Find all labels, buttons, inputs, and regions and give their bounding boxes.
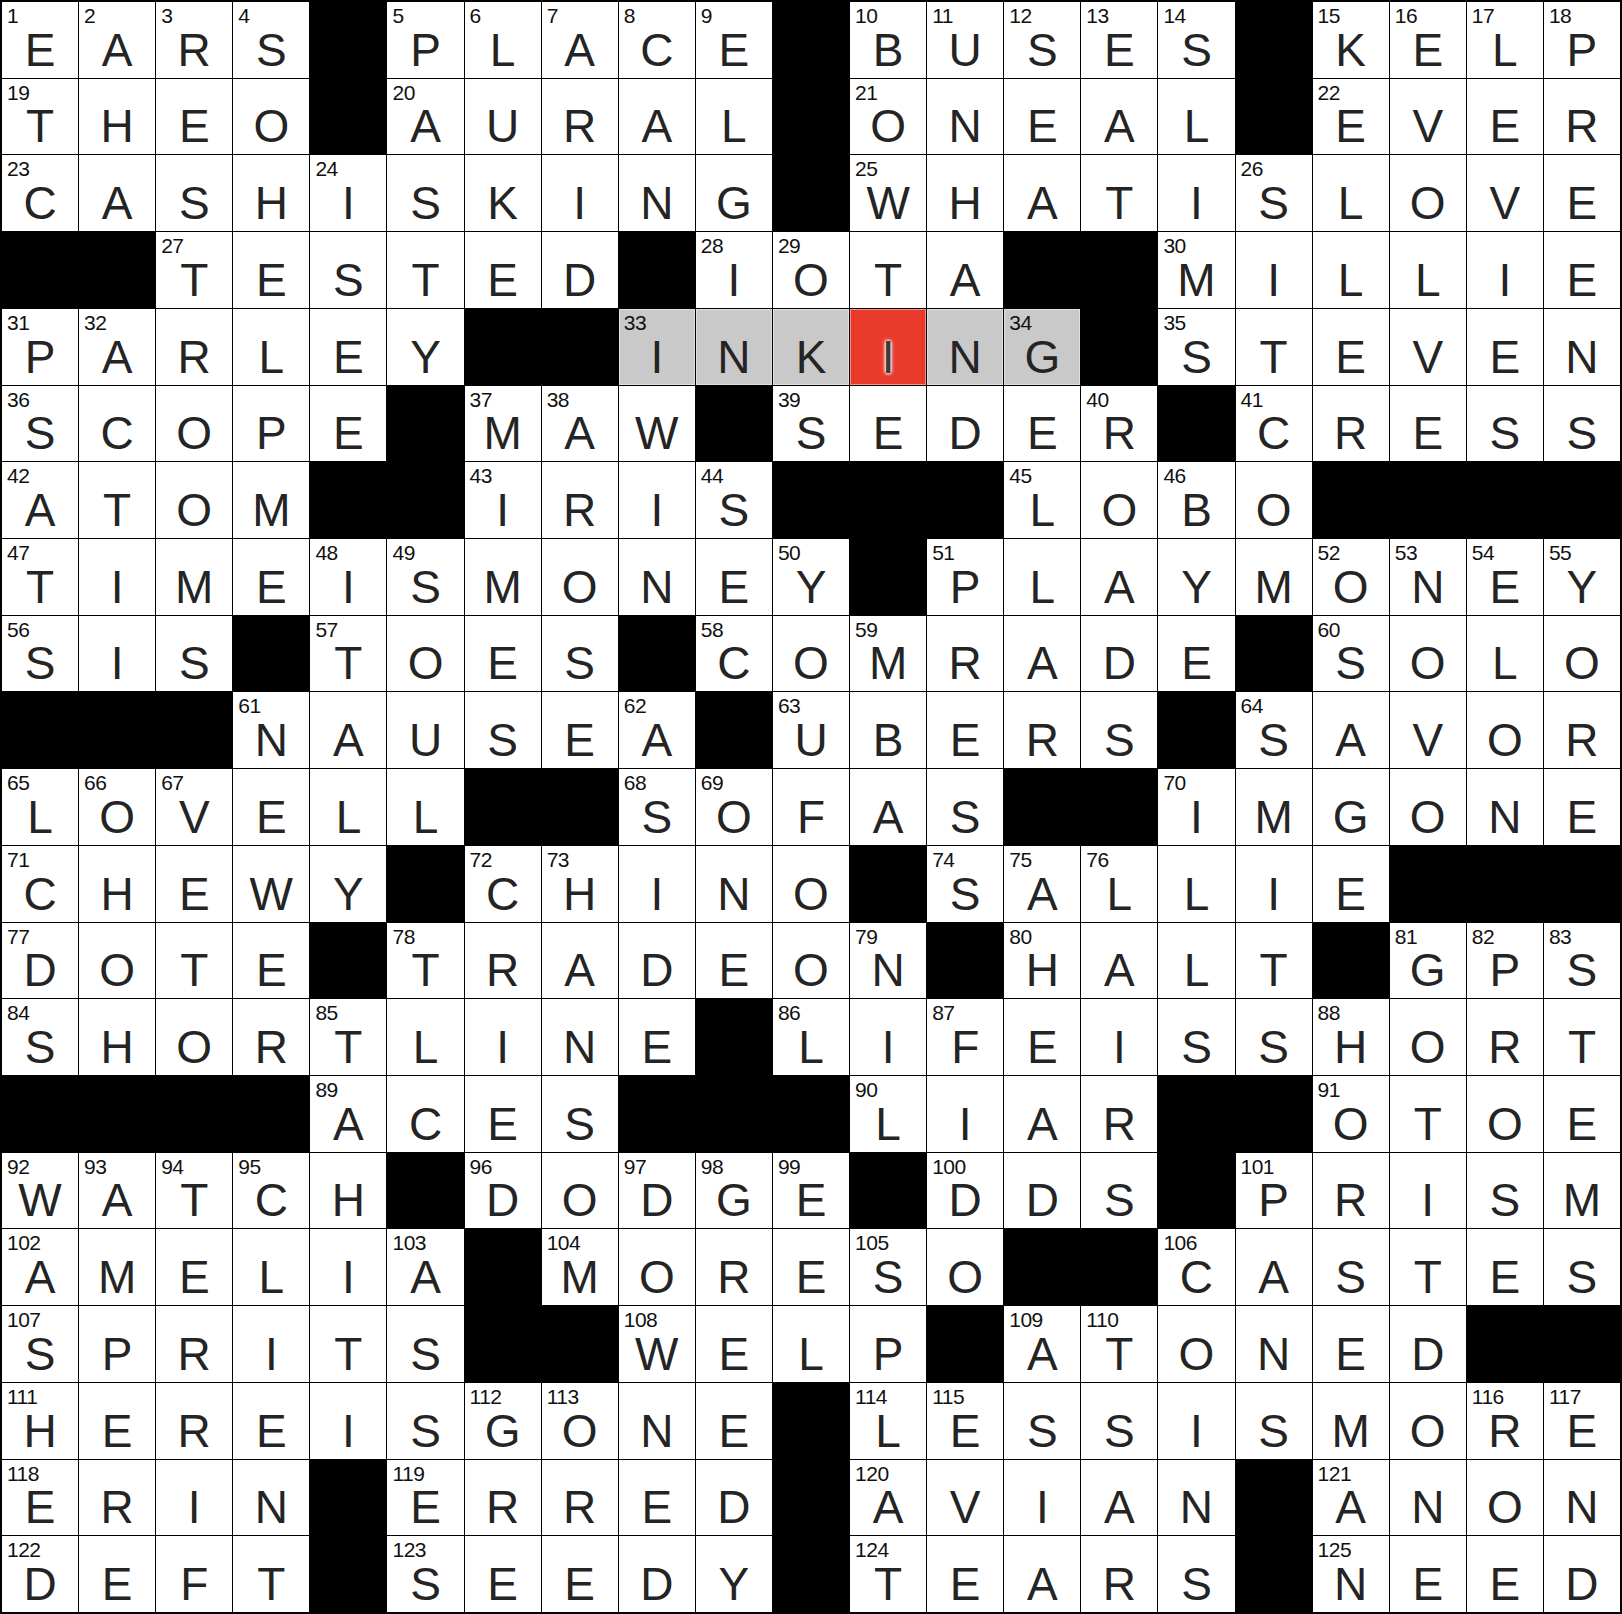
cell-r2c4[interactable]: O bbox=[233, 79, 309, 155]
cell-r15c7[interactable]: E bbox=[465, 1076, 541, 1152]
cell-r1c4[interactable]: 4S bbox=[233, 2, 309, 78]
cell-r17c2[interactable]: M bbox=[79, 1229, 155, 1305]
cell-r5c3[interactable]: R bbox=[156, 309, 232, 385]
cell-r8c13[interactable]: 51P bbox=[927, 539, 1003, 615]
cell-r3c3[interactable]: S bbox=[156, 155, 232, 231]
cell-r12c11[interactable]: O bbox=[773, 846, 849, 922]
cell-r18c18[interactable]: E bbox=[1313, 1306, 1389, 1382]
cell-r17c6[interactable]: 103A bbox=[387, 1229, 463, 1305]
cell-r19c19[interactable]: O bbox=[1390, 1383, 1466, 1459]
cell-r11c1[interactable]: 65L bbox=[2, 769, 78, 845]
cell-r16c21[interactable]: M bbox=[1544, 1153, 1620, 1229]
cell-r8c21[interactable]: 55Y bbox=[1544, 539, 1620, 615]
cell-r15c14[interactable]: A bbox=[1004, 1076, 1080, 1152]
cell-r14c1[interactable]: 84S bbox=[2, 999, 78, 1075]
cell-r21c6[interactable]: 123S bbox=[387, 1536, 463, 1612]
cell-r2c10[interactable]: L bbox=[696, 79, 772, 155]
cell-r9c10[interactable]: 58C bbox=[696, 616, 772, 692]
cell-r17c16[interactable]: 106C bbox=[1158, 1229, 1234, 1305]
cell-r21c8[interactable]: E bbox=[542, 1536, 618, 1612]
cell-r14c6[interactable]: L bbox=[387, 999, 463, 1075]
cell-r19c20[interactable]: 116R bbox=[1467, 1383, 1543, 1459]
cell-r2c18[interactable]: 22E bbox=[1313, 79, 1389, 155]
cell-r8c17[interactable]: M bbox=[1236, 539, 1312, 615]
cell-r4c3[interactable]: 27T bbox=[156, 232, 232, 308]
cell-r16c13[interactable]: 100D bbox=[927, 1153, 1003, 1229]
cell-r9c3[interactable]: S bbox=[156, 616, 232, 692]
cell-r18c19[interactable]: D bbox=[1390, 1306, 1466, 1382]
cell-r4c21[interactable]: E bbox=[1544, 232, 1620, 308]
cell-r17c10[interactable]: R bbox=[696, 1229, 772, 1305]
cell-r21c3[interactable]: F bbox=[156, 1536, 232, 1612]
cell-r16c19[interactable]: I bbox=[1390, 1153, 1466, 1229]
cell-r8c18[interactable]: 52O bbox=[1313, 539, 1389, 615]
cell-r20c1[interactable]: 118E bbox=[2, 1460, 78, 1536]
cell-r15c8[interactable]: S bbox=[542, 1076, 618, 1152]
cell-r4c13[interactable]: A bbox=[927, 232, 1003, 308]
cell-r6c14[interactable]: E bbox=[1004, 386, 1080, 462]
cell-r19c10[interactable]: E bbox=[696, 1383, 772, 1459]
cell-r21c21[interactable]: D bbox=[1544, 1536, 1620, 1612]
cell-r2c7[interactable]: U bbox=[465, 79, 541, 155]
cell-r6c4[interactable]: P bbox=[233, 386, 309, 462]
cell-r5c4[interactable]: L bbox=[233, 309, 309, 385]
cell-r11c19[interactable]: O bbox=[1390, 769, 1466, 845]
cell-r3c16[interactable]: I bbox=[1158, 155, 1234, 231]
cell-r20c3[interactable]: I bbox=[156, 1460, 232, 1536]
cell-r5c14[interactable]: 34G bbox=[1004, 309, 1080, 385]
cell-r14c17[interactable]: S bbox=[1236, 999, 1312, 1075]
cell-r1c2[interactable]: 2A bbox=[79, 2, 155, 78]
cell-r4c4[interactable]: E bbox=[233, 232, 309, 308]
cell-r8c16[interactable]: Y bbox=[1158, 539, 1234, 615]
cell-r13c10[interactable]: E bbox=[696, 923, 772, 999]
cell-r13c4[interactable]: E bbox=[233, 923, 309, 999]
cell-r4c11[interactable]: 29O bbox=[773, 232, 849, 308]
cell-r21c14[interactable]: A bbox=[1004, 1536, 1080, 1612]
cell-r10c7[interactable]: S bbox=[465, 692, 541, 768]
cell-r12c10[interactable]: N bbox=[696, 846, 772, 922]
cell-r19c15[interactable]: S bbox=[1081, 1383, 1157, 1459]
cell-r20c19[interactable]: N bbox=[1390, 1460, 1466, 1536]
cell-r6c3[interactable]: O bbox=[156, 386, 232, 462]
cell-r13c14[interactable]: 80H bbox=[1004, 923, 1080, 999]
cell-r10c14[interactable]: R bbox=[1004, 692, 1080, 768]
cell-r7c7[interactable]: 43I bbox=[465, 462, 541, 538]
cell-r5c9[interactable]: 33I bbox=[619, 309, 695, 385]
cell-r16c10[interactable]: 98G bbox=[696, 1153, 772, 1229]
cell-r17c4[interactable]: L bbox=[233, 1229, 309, 1305]
cell-r16c17[interactable]: 101P bbox=[1236, 1153, 1312, 1229]
cell-r19c3[interactable]: R bbox=[156, 1383, 232, 1459]
cell-r14c5[interactable]: 85T bbox=[310, 999, 386, 1075]
cell-r10c12[interactable]: B bbox=[850, 692, 926, 768]
cell-r5c6[interactable]: Y bbox=[387, 309, 463, 385]
cell-r2c15[interactable]: A bbox=[1081, 79, 1157, 155]
cell-r10c8[interactable]: E bbox=[542, 692, 618, 768]
cell-r18c9[interactable]: 108W bbox=[619, 1306, 695, 1382]
cell-r20c16[interactable]: N bbox=[1158, 1460, 1234, 1536]
cell-r20c20[interactable]: O bbox=[1467, 1460, 1543, 1536]
cell-r10c5[interactable]: A bbox=[310, 692, 386, 768]
cell-r10c21[interactable]: R bbox=[1544, 692, 1620, 768]
cell-r9c18[interactable]: 60S bbox=[1313, 616, 1389, 692]
cell-r4c10[interactable]: 28I bbox=[696, 232, 772, 308]
cell-r8c7[interactable]: M bbox=[465, 539, 541, 615]
cell-r1c10[interactable]: 9E bbox=[696, 2, 772, 78]
cell-r13c19[interactable]: 81G bbox=[1390, 923, 1466, 999]
cell-r13c16[interactable]: L bbox=[1158, 923, 1234, 999]
cell-r14c3[interactable]: O bbox=[156, 999, 232, 1075]
cell-r17c17[interactable]: A bbox=[1236, 1229, 1312, 1305]
cell-r8c9[interactable]: N bbox=[619, 539, 695, 615]
cell-r6c7[interactable]: 37M bbox=[465, 386, 541, 462]
cell-r18c14[interactable]: 109A bbox=[1004, 1306, 1080, 1382]
cell-r13c3[interactable]: T bbox=[156, 923, 232, 999]
cell-r1c21[interactable]: 18P bbox=[1544, 2, 1620, 78]
cell-r7c10[interactable]: 44S bbox=[696, 462, 772, 538]
cell-r5c12[interactable]: I bbox=[850, 309, 926, 385]
cell-r7c17[interactable]: O bbox=[1236, 462, 1312, 538]
cell-r2c2[interactable]: H bbox=[79, 79, 155, 155]
cell-r7c4[interactable]: M bbox=[233, 462, 309, 538]
cell-r16c14[interactable]: D bbox=[1004, 1153, 1080, 1229]
cell-r3c2[interactable]: A bbox=[79, 155, 155, 231]
cell-r12c8[interactable]: 73H bbox=[542, 846, 618, 922]
cell-r18c17[interactable]: N bbox=[1236, 1306, 1312, 1382]
cell-r21c7[interactable]: E bbox=[465, 1536, 541, 1612]
cell-r2c1[interactable]: 19T bbox=[2, 79, 78, 155]
cell-r7c15[interactable]: O bbox=[1081, 462, 1157, 538]
cell-r12c15[interactable]: 76L bbox=[1081, 846, 1157, 922]
cell-r8c2[interactable]: I bbox=[79, 539, 155, 615]
cell-r11c11[interactable]: F bbox=[773, 769, 849, 845]
cell-r1c7[interactable]: 6L bbox=[465, 2, 541, 78]
cell-r6c11[interactable]: 39S bbox=[773, 386, 849, 462]
cell-r1c3[interactable]: 3R bbox=[156, 2, 232, 78]
cell-r21c12[interactable]: 124T bbox=[850, 1536, 926, 1612]
cell-r9c8[interactable]: S bbox=[542, 616, 618, 692]
cell-r5c13[interactable]: N bbox=[927, 309, 1003, 385]
cell-r5c20[interactable]: E bbox=[1467, 309, 1543, 385]
cell-r17c12[interactable]: 105S bbox=[850, 1229, 926, 1305]
cell-r19c9[interactable]: N bbox=[619, 1383, 695, 1459]
cell-r3c13[interactable]: H bbox=[927, 155, 1003, 231]
cell-r11c2[interactable]: 66O bbox=[79, 769, 155, 845]
cell-r17c19[interactable]: T bbox=[1390, 1229, 1466, 1305]
cell-r6c5[interactable]: E bbox=[310, 386, 386, 462]
cell-r5c19[interactable]: V bbox=[1390, 309, 1466, 385]
cell-r21c10[interactable]: Y bbox=[696, 1536, 772, 1612]
cell-r14c9[interactable]: E bbox=[619, 999, 695, 1075]
cell-r7c2[interactable]: T bbox=[79, 462, 155, 538]
cell-r9c12[interactable]: 59M bbox=[850, 616, 926, 692]
cell-r4c6[interactable]: T bbox=[387, 232, 463, 308]
cell-r16c3[interactable]: 94T bbox=[156, 1153, 232, 1229]
cell-r4c20[interactable]: I bbox=[1467, 232, 1543, 308]
cell-r17c1[interactable]: 102A bbox=[2, 1229, 78, 1305]
cell-r16c20[interactable]: S bbox=[1467, 1153, 1543, 1229]
cell-r11c12[interactable]: A bbox=[850, 769, 926, 845]
cell-r9c14[interactable]: A bbox=[1004, 616, 1080, 692]
cell-r17c3[interactable]: E bbox=[156, 1229, 232, 1305]
cell-r5c10[interactable]: N bbox=[696, 309, 772, 385]
cell-r21c4[interactable]: T bbox=[233, 1536, 309, 1612]
cell-r19c1[interactable]: 111H bbox=[2, 1383, 78, 1459]
cell-r7c3[interactable]: O bbox=[156, 462, 232, 538]
cell-r21c1[interactable]: 122D bbox=[2, 1536, 78, 1612]
cell-r17c20[interactable]: E bbox=[1467, 1229, 1543, 1305]
cell-r3c19[interactable]: O bbox=[1390, 155, 1466, 231]
cell-r1c14[interactable]: 12S bbox=[1004, 2, 1080, 78]
cell-r11c5[interactable]: L bbox=[310, 769, 386, 845]
cell-r10c20[interactable]: O bbox=[1467, 692, 1543, 768]
cell-r8c8[interactable]: O bbox=[542, 539, 618, 615]
cell-r8c10[interactable]: E bbox=[696, 539, 772, 615]
cell-r14c4[interactable]: R bbox=[233, 999, 309, 1075]
cell-r12c2[interactable]: H bbox=[79, 846, 155, 922]
cell-r20c18[interactable]: 121A bbox=[1313, 1460, 1389, 1536]
cell-r19c12[interactable]: 114L bbox=[850, 1383, 926, 1459]
cell-r12c7[interactable]: 72C bbox=[465, 846, 541, 922]
cell-r16c15[interactable]: S bbox=[1081, 1153, 1157, 1229]
cell-r15c5[interactable]: 89A bbox=[310, 1076, 386, 1152]
cell-r14c21[interactable]: T bbox=[1544, 999, 1620, 1075]
cell-r8c6[interactable]: 49S bbox=[387, 539, 463, 615]
cell-r17c5[interactable]: I bbox=[310, 1229, 386, 1305]
cell-r13c6[interactable]: 78T bbox=[387, 923, 463, 999]
cell-r9c16[interactable]: E bbox=[1158, 616, 1234, 692]
cell-r15c19[interactable]: T bbox=[1390, 1076, 1466, 1152]
cell-r8c4[interactable]: E bbox=[233, 539, 309, 615]
cell-r11c10[interactable]: 69O bbox=[696, 769, 772, 845]
cell-r13c8[interactable]: A bbox=[542, 923, 618, 999]
cell-r20c7[interactable]: R bbox=[465, 1460, 541, 1536]
cell-r13c15[interactable]: A bbox=[1081, 923, 1157, 999]
cell-r8c19[interactable]: 53N bbox=[1390, 539, 1466, 615]
cell-r15c15[interactable]: R bbox=[1081, 1076, 1157, 1152]
cell-r3c9[interactable]: N bbox=[619, 155, 695, 231]
cell-r9c1[interactable]: 56S bbox=[2, 616, 78, 692]
cell-r13c17[interactable]: T bbox=[1236, 923, 1312, 999]
cell-r12c17[interactable]: I bbox=[1236, 846, 1312, 922]
cell-r2c13[interactable]: N bbox=[927, 79, 1003, 155]
cell-r18c3[interactable]: R bbox=[156, 1306, 232, 1382]
cell-r11c17[interactable]: M bbox=[1236, 769, 1312, 845]
cell-r13c7[interactable]: R bbox=[465, 923, 541, 999]
cell-r7c1[interactable]: 42A bbox=[2, 462, 78, 538]
cell-r11c20[interactable]: N bbox=[1467, 769, 1543, 845]
cell-r2c20[interactable]: E bbox=[1467, 79, 1543, 155]
cell-r20c6[interactable]: 119E bbox=[387, 1460, 463, 1536]
cell-r2c21[interactable]: R bbox=[1544, 79, 1620, 155]
cell-r18c5[interactable]: T bbox=[310, 1306, 386, 1382]
cell-r12c3[interactable]: E bbox=[156, 846, 232, 922]
cell-r21c9[interactable]: D bbox=[619, 1536, 695, 1612]
cell-r13c11[interactable]: O bbox=[773, 923, 849, 999]
cell-r19c13[interactable]: 115E bbox=[927, 1383, 1003, 1459]
cell-r19c2[interactable]: E bbox=[79, 1383, 155, 1459]
cell-r8c3[interactable]: M bbox=[156, 539, 232, 615]
cell-r15c20[interactable]: O bbox=[1467, 1076, 1543, 1152]
cell-r12c5[interactable]: Y bbox=[310, 846, 386, 922]
cell-r7c16[interactable]: 46B bbox=[1158, 462, 1234, 538]
cell-r16c11[interactable]: 99E bbox=[773, 1153, 849, 1229]
cell-r16c8[interactable]: O bbox=[542, 1153, 618, 1229]
cell-r11c21[interactable]: E bbox=[1544, 769, 1620, 845]
cell-r14c20[interactable]: R bbox=[1467, 999, 1543, 1075]
cell-r2c14[interactable]: E bbox=[1004, 79, 1080, 155]
cell-r7c9[interactable]: I bbox=[619, 462, 695, 538]
cell-r11c4[interactable]: E bbox=[233, 769, 309, 845]
cell-r1c16[interactable]: 14S bbox=[1158, 2, 1234, 78]
cell-r6c2[interactable]: C bbox=[79, 386, 155, 462]
cell-r16c18[interactable]: R bbox=[1313, 1153, 1389, 1229]
cell-r4c8[interactable]: D bbox=[542, 232, 618, 308]
cell-r11c16[interactable]: 70I bbox=[1158, 769, 1234, 845]
cell-r9c2[interactable]: I bbox=[79, 616, 155, 692]
cell-r6c20[interactable]: S bbox=[1467, 386, 1543, 462]
cell-r12c9[interactable]: I bbox=[619, 846, 695, 922]
cell-r1c18[interactable]: 15K bbox=[1313, 2, 1389, 78]
cell-r5c2[interactable]: 32A bbox=[79, 309, 155, 385]
cell-r14c14[interactable]: E bbox=[1004, 999, 1080, 1075]
cell-r20c4[interactable]: N bbox=[233, 1460, 309, 1536]
cell-r6c13[interactable]: D bbox=[927, 386, 1003, 462]
cell-r15c12[interactable]: 90L bbox=[850, 1076, 926, 1152]
cell-r1c19[interactable]: 16E bbox=[1390, 2, 1466, 78]
cell-r2c12[interactable]: 21O bbox=[850, 79, 926, 155]
cell-r10c15[interactable]: S bbox=[1081, 692, 1157, 768]
cell-r21c20[interactable]: E bbox=[1467, 1536, 1543, 1612]
cell-r20c15[interactable]: A bbox=[1081, 1460, 1157, 1536]
cell-r3c17[interactable]: 26S bbox=[1236, 155, 1312, 231]
cell-r12c18[interactable]: E bbox=[1313, 846, 1389, 922]
cell-r10c9[interactable]: 62A bbox=[619, 692, 695, 768]
cell-r17c8[interactable]: 104M bbox=[542, 1229, 618, 1305]
cell-r3c21[interactable]: E bbox=[1544, 155, 1620, 231]
cell-r14c2[interactable]: H bbox=[79, 999, 155, 1075]
cell-r20c10[interactable]: D bbox=[696, 1460, 772, 1536]
cell-r14c16[interactable]: S bbox=[1158, 999, 1234, 1075]
cell-r17c18[interactable]: S bbox=[1313, 1229, 1389, 1305]
cell-r13c21[interactable]: 83S bbox=[1544, 923, 1620, 999]
cell-r6c19[interactable]: E bbox=[1390, 386, 1466, 462]
cell-r6c12[interactable]: E bbox=[850, 386, 926, 462]
cell-r19c4[interactable]: E bbox=[233, 1383, 309, 1459]
cell-r13c12[interactable]: 79N bbox=[850, 923, 926, 999]
cell-r5c21[interactable]: N bbox=[1544, 309, 1620, 385]
cell-r1c1[interactable]: 1E bbox=[2, 2, 78, 78]
cell-r9c6[interactable]: O bbox=[387, 616, 463, 692]
cell-r9c13[interactable]: R bbox=[927, 616, 1003, 692]
cell-r7c14[interactable]: 45L bbox=[1004, 462, 1080, 538]
cell-r9c19[interactable]: O bbox=[1390, 616, 1466, 692]
cell-r1c15[interactable]: 13E bbox=[1081, 2, 1157, 78]
cell-r14c15[interactable]: I bbox=[1081, 999, 1157, 1075]
cell-r5c17[interactable]: T bbox=[1236, 309, 1312, 385]
cell-r10c6[interactable]: U bbox=[387, 692, 463, 768]
cell-r3c6[interactable]: S bbox=[387, 155, 463, 231]
cell-r4c12[interactable]: T bbox=[850, 232, 926, 308]
cell-r21c15[interactable]: R bbox=[1081, 1536, 1157, 1612]
cell-r9c15[interactable]: D bbox=[1081, 616, 1157, 692]
cell-r9c7[interactable]: E bbox=[465, 616, 541, 692]
cell-r19c21[interactable]: 117E bbox=[1544, 1383, 1620, 1459]
cell-r1c12[interactable]: 10B bbox=[850, 2, 926, 78]
cell-r15c13[interactable]: I bbox=[927, 1076, 1003, 1152]
cell-r4c5[interactable]: S bbox=[310, 232, 386, 308]
cell-r4c7[interactable]: E bbox=[465, 232, 541, 308]
cell-r19c8[interactable]: 113O bbox=[542, 1383, 618, 1459]
cell-r20c14[interactable]: I bbox=[1004, 1460, 1080, 1536]
cell-r19c5[interactable]: I bbox=[310, 1383, 386, 1459]
cell-r3c7[interactable]: K bbox=[465, 155, 541, 231]
cell-r13c9[interactable]: D bbox=[619, 923, 695, 999]
cell-r16c2[interactable]: 93A bbox=[79, 1153, 155, 1229]
cell-r13c2[interactable]: O bbox=[79, 923, 155, 999]
cell-r21c2[interactable]: E bbox=[79, 1536, 155, 1612]
cell-r20c8[interactable]: R bbox=[542, 1460, 618, 1536]
cell-r3c18[interactable]: L bbox=[1313, 155, 1389, 231]
cell-r9c21[interactable]: O bbox=[1544, 616, 1620, 692]
cell-r12c4[interactable]: W bbox=[233, 846, 309, 922]
cell-r5c18[interactable]: E bbox=[1313, 309, 1389, 385]
cell-r13c1[interactable]: 77D bbox=[2, 923, 78, 999]
cell-r10c19[interactable]: V bbox=[1390, 692, 1466, 768]
cell-r15c18[interactable]: 91O bbox=[1313, 1076, 1389, 1152]
cell-r7c8[interactable]: R bbox=[542, 462, 618, 538]
cell-r11c3[interactable]: 67V bbox=[156, 769, 232, 845]
cell-r12c14[interactable]: 75A bbox=[1004, 846, 1080, 922]
cell-r16c5[interactable]: H bbox=[310, 1153, 386, 1229]
cell-r18c11[interactable]: L bbox=[773, 1306, 849, 1382]
cell-r18c16[interactable]: O bbox=[1158, 1306, 1234, 1382]
cell-r8c20[interactable]: 54E bbox=[1467, 539, 1543, 615]
cell-r6c8[interactable]: 38A bbox=[542, 386, 618, 462]
cell-r21c16[interactable]: S bbox=[1158, 1536, 1234, 1612]
cell-r16c1[interactable]: 92W bbox=[2, 1153, 78, 1229]
cell-r1c8[interactable]: 7A bbox=[542, 2, 618, 78]
cell-r6c21[interactable]: S bbox=[1544, 386, 1620, 462]
cell-r11c18[interactable]: G bbox=[1313, 769, 1389, 845]
cell-r1c9[interactable]: 8C bbox=[619, 2, 695, 78]
cell-r18c2[interactable]: P bbox=[79, 1306, 155, 1382]
cell-r18c6[interactable]: S bbox=[387, 1306, 463, 1382]
cell-r3c15[interactable]: T bbox=[1081, 155, 1157, 231]
cell-r3c8[interactable]: I bbox=[542, 155, 618, 231]
cell-r2c6[interactable]: 20A bbox=[387, 79, 463, 155]
cell-r16c4[interactable]: 95C bbox=[233, 1153, 309, 1229]
cell-r19c17[interactable]: S bbox=[1236, 1383, 1312, 1459]
cell-r12c1[interactable]: 71C bbox=[2, 846, 78, 922]
cell-r4c17[interactable]: I bbox=[1236, 232, 1312, 308]
cell-r5c16[interactable]: 35S bbox=[1158, 309, 1234, 385]
cell-r12c16[interactable]: L bbox=[1158, 846, 1234, 922]
cell-r16c7[interactable]: 96D bbox=[465, 1153, 541, 1229]
cell-r10c13[interactable]: E bbox=[927, 692, 1003, 768]
cell-r2c19[interactable]: V bbox=[1390, 79, 1466, 155]
cell-r18c10[interactable]: E bbox=[696, 1306, 772, 1382]
cell-r11c6[interactable]: L bbox=[387, 769, 463, 845]
cell-r8c15[interactable]: A bbox=[1081, 539, 1157, 615]
cell-r2c9[interactable]: A bbox=[619, 79, 695, 155]
cell-r3c12[interactable]: 25W bbox=[850, 155, 926, 231]
cell-r2c16[interactable]: L bbox=[1158, 79, 1234, 155]
cell-r10c17[interactable]: 64S bbox=[1236, 692, 1312, 768]
cell-r19c16[interactable]: I bbox=[1158, 1383, 1234, 1459]
cell-r5c11[interactable]: K bbox=[773, 309, 849, 385]
